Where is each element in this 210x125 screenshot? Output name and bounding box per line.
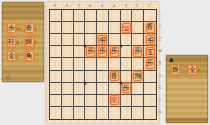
board-cell[interactable] — [62, 58, 74, 70]
rank-label: 三 — [156, 33, 163, 45]
board-cell[interactable] — [62, 46, 74, 58]
board-cell[interactable] — [97, 107, 109, 119]
board-cell[interactable] — [97, 83, 109, 95]
board-cell[interactable] — [50, 46, 62, 58]
board-cell[interactable] — [62, 95, 74, 107]
board-cell[interactable] — [121, 71, 133, 83]
board-cell[interactable] — [121, 95, 133, 107]
sente-hand-pieces: 銀金2 — [171, 63, 205, 77]
hand-piece-lance[interactable]: 香2 — [25, 21, 43, 35]
shogi-board: 987654321 一二三四五六七八九 馬香歩歩歩歩歩歩玉歩香飛歩龍 — [46, 2, 159, 123]
board-cell[interactable]: 歩 — [97, 46, 109, 58]
rank-label: 一 — [156, 9, 163, 21]
rank-label: 七 — [156, 82, 163, 94]
board-cell[interactable] — [85, 95, 97, 107]
rank-label: 二 — [156, 21, 163, 33]
board-cell[interactable] — [132, 107, 144, 119]
sente-mark-icon: ▲ — [169, 56, 174, 62]
board-cell[interactable] — [62, 83, 74, 95]
file-label: 7 — [73, 2, 85, 9]
board-cell[interactable] — [62, 10, 74, 22]
board-cell[interactable] — [85, 107, 97, 119]
piece-pawn[interactable]: 歩 — [122, 83, 131, 93]
board-cell[interactable] — [132, 83, 144, 95]
hand-piece-gold[interactable]: 金2 — [188, 63, 205, 77]
piece-pawn[interactable]: 歩 — [110, 47, 119, 57]
gote-mark-icon: △ — [6, 73, 11, 79]
board-cell[interactable] — [121, 46, 133, 58]
piece-pawn[interactable]: 歩 — [146, 35, 155, 45]
piece-dragon[interactable]: 龍 — [110, 95, 119, 105]
piece-horse[interactable]: 馬 — [122, 23, 131, 33]
board-cell[interactable] — [97, 95, 109, 107]
piece-pawn[interactable]: 歩 — [98, 35, 107, 45]
piece-gold[interactable]: 金 — [188, 65, 197, 75]
piece-bishop[interactable]: 角 — [25, 51, 34, 61]
board-cell[interactable] — [132, 95, 144, 107]
file-label: 9 — [49, 2, 61, 9]
file-label: 1 — [143, 2, 155, 9]
board-cell[interactable] — [50, 71, 62, 83]
board-cell[interactable]: 歩 — [97, 34, 109, 46]
rank-label: 五 — [156, 57, 163, 69]
file-label: 2 — [131, 2, 143, 9]
board-cell[interactable] — [85, 58, 97, 70]
piece-pawn[interactable]: 歩 — [7, 23, 16, 33]
piece-lance[interactable]: 香 — [146, 23, 155, 33]
file-label: 5 — [96, 2, 108, 9]
file-label: 4 — [108, 2, 120, 9]
gote-hand-pieces: 歩10香2桂4銀3金2角 — [7, 21, 42, 63]
rank-label: 八 — [156, 94, 163, 106]
hand-piece-pawn[interactable]: 歩10 — [7, 21, 25, 35]
piece-pawn[interactable]: 歩 — [86, 47, 95, 57]
board-cell[interactable] — [144, 95, 156, 107]
board-cell[interactable]: 歩 — [144, 58, 156, 70]
board-cell[interactable] — [50, 58, 62, 70]
piece-lance[interactable]: 香 — [110, 71, 119, 81]
board-cell[interactable] — [50, 95, 62, 107]
hoshi-dot-icon — [119, 45, 122, 48]
board-cell[interactable] — [121, 58, 133, 70]
board-cell[interactable] — [132, 10, 144, 22]
hand-piece-count: 3 — [34, 40, 37, 45]
board-cell[interactable] — [85, 22, 97, 34]
hand-piece-silver[interactable]: 銀3 — [25, 35, 43, 49]
board-cell[interactable] — [85, 71, 97, 83]
rank-label: 六 — [156, 70, 163, 82]
board-cell[interactable] — [62, 107, 74, 119]
board-cell[interactable] — [144, 10, 156, 22]
board-cell[interactable]: 歩 — [85, 46, 97, 58]
board-cell[interactable]: 玉 — [144, 46, 156, 58]
hand-piece-gold[interactable]: 金2 — [7, 49, 25, 63]
file-label: 3 — [120, 2, 132, 9]
board-cell[interactable] — [50, 10, 62, 22]
gote-komadai: 歩10香2桂4銀3金2角 △ — [2, 2, 44, 82]
board-cell[interactable] — [132, 58, 144, 70]
board-cell[interactable] — [85, 34, 97, 46]
board-cell[interactable] — [109, 58, 121, 70]
board-cell[interactable] — [50, 107, 62, 119]
board-cell[interactable]: 歩 — [121, 83, 133, 95]
board-cell[interactable] — [85, 83, 97, 95]
board-cell[interactable] — [74, 95, 86, 107]
board-cell[interactable] — [50, 83, 62, 95]
sente-komadai: ▲ 銀金2 — [166, 55, 208, 123]
board-cell[interactable]: 香 — [144, 22, 156, 34]
board-cell[interactable] — [50, 34, 62, 46]
board-cell[interactable] — [109, 10, 121, 22]
board-cell[interactable] — [109, 22, 121, 34]
piece-pawn[interactable]: 歩 — [133, 47, 142, 57]
rank-label: 九 — [156, 106, 163, 118]
piece-pawn[interactable]: 歩 — [98, 47, 107, 57]
rank-label: 四 — [156, 45, 163, 57]
board-cell[interactable] — [121, 10, 133, 22]
piece-rook[interactable]: 飛 — [133, 71, 142, 81]
hoshi-dot-icon — [84, 45, 87, 48]
board-cell[interactable] — [109, 83, 121, 95]
hoshi-dot-icon — [84, 81, 87, 84]
piece-silver[interactable]: 銀 — [25, 37, 34, 47]
board-cell[interactable] — [62, 34, 74, 46]
board-cell[interactable] — [50, 22, 62, 34]
piece-pawn[interactable]: 歩 — [146, 59, 155, 69]
board-grid: 馬香歩歩歩歩歩歩玉歩香飛歩龍 — [49, 9, 157, 120]
board-cell[interactable] — [74, 46, 86, 58]
hand-piece-count: 2 — [197, 68, 200, 73]
board-cell[interactable] — [74, 10, 86, 22]
piece-knight[interactable]: 桂 — [7, 37, 16, 47]
board-cell[interactable]: 龍 — [109, 95, 121, 107]
board-cell[interactable]: 歩 — [109, 46, 121, 58]
file-label: 8 — [61, 2, 73, 9]
hand-piece-knight[interactable]: 桂4 — [7, 35, 25, 49]
board-cell[interactable]: 歩 — [132, 46, 144, 58]
piece-gold[interactable]: 金 — [7, 51, 16, 61]
board-cell[interactable] — [144, 107, 156, 119]
piece-silver[interactable]: 銀 — [171, 65, 180, 75]
hand-piece-count: 4 — [16, 40, 19, 45]
hand-piece-count: 2 — [16, 54, 19, 59]
hand-piece-count: 2 — [34, 26, 37, 31]
hand-piece-bishop[interactable]: 角 — [25, 49, 43, 63]
file-label: 6 — [84, 2, 96, 9]
board-cell[interactable] — [144, 83, 156, 95]
hand-piece-count: 10 — [16, 26, 19, 31]
board-cell[interactable] — [132, 22, 144, 34]
rank-labels: 一二三四五六七八九 — [156, 9, 163, 118]
board-cell[interactable] — [74, 83, 86, 95]
board-cell[interactable] — [74, 22, 86, 34]
board-cell[interactable]: 歩 — [144, 34, 156, 46]
shogi-app: 歩10香2桂4銀3金2角 △ 987654321 一二三四五六七八九 馬香歩歩歩… — [0, 0, 210, 125]
board-cell[interactable] — [97, 58, 109, 70]
board-cell[interactable] — [62, 22, 74, 34]
board-cell[interactable]: 馬 — [121, 22, 133, 34]
piece-lance[interactable]: 香 — [25, 23, 34, 33]
board-cell[interactable]: 飛 — [132, 71, 144, 83]
board-cell[interactable] — [62, 71, 74, 83]
hoshi-dot-icon — [119, 81, 122, 84]
board-cell[interactable] — [97, 22, 109, 34]
board-cell[interactable] — [97, 10, 109, 22]
board-cell[interactable] — [74, 107, 86, 119]
hand-piece-silver[interactable]: 銀 — [171, 63, 188, 77]
file-labels: 987654321 — [49, 2, 155, 9]
board-cell[interactable] — [144, 71, 156, 83]
board-cell[interactable] — [121, 107, 133, 119]
piece-king[interactable]: 玉 — [146, 47, 155, 57]
board-cell[interactable] — [74, 58, 86, 70]
board-cell[interactable] — [85, 10, 97, 22]
board-cell[interactable] — [132, 34, 144, 46]
board-cell[interactable] — [109, 107, 121, 119]
board-cell[interactable] — [97, 71, 109, 83]
board-cell[interactable] — [121, 34, 133, 46]
